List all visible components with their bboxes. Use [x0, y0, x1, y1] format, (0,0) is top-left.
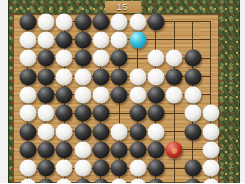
white-stone	[166, 86, 183, 103]
white-stone	[147, 123, 164, 140]
board-intersection[interactable]	[110, 141, 128, 159]
white-stone	[129, 86, 146, 103]
white-stone	[111, 13, 128, 30]
board-intersection[interactable]	[147, 141, 165, 159]
black-stone	[92, 141, 109, 158]
board-intersection[interactable]	[183, 141, 201, 159]
board-intersection[interactable]	[73, 159, 91, 177]
board-intersection[interactable]	[147, 104, 165, 122]
black-stone	[74, 13, 91, 30]
white-stone	[202, 105, 219, 122]
board-intersection[interactable]	[147, 13, 165, 31]
board-intersection[interactable]	[55, 104, 73, 122]
board-intersection[interactable]	[55, 67, 73, 85]
white-stone	[56, 13, 73, 30]
black-stone	[129, 105, 146, 122]
board-intersection[interactable]	[165, 49, 183, 67]
black-stone	[19, 68, 36, 85]
white-stone	[129, 68, 146, 85]
board-intersection[interactable]	[37, 67, 55, 85]
white-stone	[56, 123, 73, 140]
cyan-highlight-stone	[129, 31, 146, 48]
board-intersection[interactable]	[202, 13, 220, 31]
black-stone	[56, 105, 73, 122]
white-stone	[129, 178, 146, 183]
board-intersection[interactable]	[128, 86, 146, 104]
board-intersection[interactable]	[110, 67, 128, 85]
white-stone	[184, 86, 201, 103]
board-intersection[interactable]	[202, 31, 220, 49]
black-stone	[56, 86, 73, 103]
board-intersection[interactable]	[202, 67, 220, 85]
board-intersection[interactable]	[19, 67, 37, 85]
board-intersection[interactable]	[55, 177, 73, 183]
board-intersection[interactable]	[92, 177, 110, 183]
black-stone	[74, 123, 91, 140]
board-intersection[interactable]	[55, 122, 73, 140]
white-stone	[202, 123, 219, 140]
board-intersection[interactable]	[128, 104, 146, 122]
black-stone	[147, 178, 164, 183]
board-intersection[interactable]	[92, 104, 110, 122]
white-stone	[111, 31, 128, 48]
white-stone	[111, 123, 128, 140]
white-stone	[56, 68, 73, 85]
board-intersection[interactable]	[202, 49, 220, 67]
board-intersection[interactable]	[55, 49, 73, 67]
white-stone	[74, 141, 91, 158]
white-stone	[129, 160, 146, 177]
white-stone	[37, 31, 54, 48]
white-stone	[19, 178, 36, 183]
board-intersection[interactable]	[19, 49, 37, 67]
board-intersection[interactable]	[202, 122, 220, 140]
black-stone	[92, 68, 109, 85]
red-marked-stone	[166, 141, 183, 158]
white-stone	[37, 105, 54, 122]
board-intersection[interactable]	[147, 177, 165, 183]
board-intersection[interactable]	[37, 177, 55, 183]
board-intersection[interactable]	[37, 141, 55, 159]
board-intersection[interactable]	[37, 159, 55, 177]
board-intersection[interactable]	[110, 177, 128, 183]
board-intersection[interactable]	[165, 104, 183, 122]
black-stone	[37, 68, 54, 85]
white-stone	[92, 86, 109, 103]
board-intersection[interactable]	[183, 177, 201, 183]
black-stone	[111, 86, 128, 103]
go-board	[19, 13, 221, 184]
board-intersection[interactable]	[165, 31, 183, 49]
board-intersection[interactable]	[183, 86, 201, 104]
black-stone	[184, 178, 201, 183]
board-intersection[interactable]	[110, 104, 128, 122]
white-stone	[37, 13, 54, 30]
board-intersection[interactable]	[55, 13, 73, 31]
black-stone	[184, 160, 201, 177]
white-stone	[56, 178, 73, 183]
board-intersection[interactable]	[19, 31, 37, 49]
board-intersection[interactable]	[165, 13, 183, 31]
black-stone	[129, 123, 146, 140]
board-intersection[interactable]	[92, 31, 110, 49]
black-stone	[111, 68, 128, 85]
board-intersection[interactable]	[55, 31, 73, 49]
white-stone	[74, 86, 91, 103]
white-stone	[37, 123, 54, 140]
move-number-plaque: 15	[105, 1, 141, 13]
black-stone	[37, 141, 54, 158]
board-intersection[interactable]	[19, 13, 37, 31]
white-stone	[19, 50, 36, 67]
board-intersection[interactable]	[202, 141, 220, 159]
black-stone	[37, 178, 54, 183]
black-stone	[74, 105, 91, 122]
black-stone	[37, 50, 54, 67]
black-stone	[92, 178, 109, 183]
board-intersection[interactable]	[19, 122, 37, 140]
board-intersection[interactable]	[202, 86, 220, 104]
board-intersection[interactable]	[37, 122, 55, 140]
white-stone	[74, 160, 91, 177]
board-intersection[interactable]	[165, 141, 183, 159]
white-stone	[74, 68, 91, 85]
board-intersection[interactable]	[128, 13, 146, 31]
board-intersection[interactable]	[128, 122, 146, 140]
white-stone	[19, 31, 36, 48]
board-intersection[interactable]	[128, 49, 146, 67]
board-intersection[interactable]	[183, 122, 201, 140]
board-intersection[interactable]	[183, 49, 201, 67]
black-stone	[37, 160, 54, 177]
board-intersection[interactable]	[110, 159, 128, 177]
board-intersection[interactable]	[147, 122, 165, 140]
board-intersection[interactable]	[92, 86, 110, 104]
board-intersection[interactable]	[92, 13, 110, 31]
black-stone	[56, 31, 73, 48]
black-stone	[37, 86, 54, 103]
board-intersection[interactable]	[37, 104, 55, 122]
board-intersection[interactable]	[202, 177, 220, 183]
board-intersection[interactable]	[128, 159, 146, 177]
board-intersection[interactable]	[37, 49, 55, 67]
board-intersection[interactable]	[202, 159, 220, 177]
white-stone	[202, 178, 219, 183]
board-intersection[interactable]	[92, 159, 110, 177]
white-stone	[202, 160, 219, 177]
board-intersection[interactable]	[73, 31, 91, 49]
board-intersection[interactable]	[73, 122, 91, 140]
black-stone	[129, 141, 146, 158]
board-intersection[interactable]	[37, 86, 55, 104]
board-intersection[interactable]	[55, 141, 73, 159]
black-stone	[111, 160, 128, 177]
white-stone	[147, 68, 164, 85]
board-intersection[interactable]	[183, 159, 201, 177]
board-intersection[interactable]	[183, 31, 201, 49]
board-intersection[interactable]	[183, 13, 201, 31]
black-stone	[184, 68, 201, 85]
board-intersection[interactable]	[183, 104, 201, 122]
black-stone	[184, 123, 201, 140]
board-intersection[interactable]	[55, 86, 73, 104]
white-stone	[92, 31, 109, 48]
board-intersection[interactable]	[128, 177, 146, 183]
board-intersection[interactable]	[92, 67, 110, 85]
board-intersection[interactable]	[19, 86, 37, 104]
black-stone	[74, 178, 91, 183]
board-intersection[interactable]	[73, 177, 91, 183]
board-intersection[interactable]	[110, 31, 128, 49]
black-stone	[111, 50, 128, 67]
white-stone	[56, 160, 73, 177]
black-stone	[74, 50, 91, 67]
black-stone	[147, 141, 164, 158]
board-intersection[interactable]	[128, 67, 146, 85]
board-intersection[interactable]	[202, 104, 220, 122]
black-stone	[147, 105, 164, 122]
black-stone	[184, 50, 201, 67]
white-stone	[19, 160, 36, 177]
board-intersection[interactable]	[147, 31, 165, 49]
black-stone	[92, 160, 109, 177]
white-stone	[92, 50, 109, 67]
black-stone	[74, 31, 91, 48]
board-intersection[interactable]	[92, 141, 110, 159]
board-intersection[interactable]	[110, 122, 128, 140]
white-stone	[202, 141, 219, 158]
board-intersection[interactable]	[73, 67, 91, 85]
board-intersection[interactable]	[37, 31, 55, 49]
board-intersection[interactable]	[19, 159, 37, 177]
board-intersection[interactable]	[147, 67, 165, 85]
black-stone	[92, 123, 109, 140]
black-stone	[19, 123, 36, 140]
board-intersection[interactable]	[73, 49, 91, 67]
black-stone	[92, 13, 109, 30]
board-intersection[interactable]	[165, 122, 183, 140]
board-intersection[interactable]	[110, 13, 128, 31]
black-stone	[56, 141, 73, 158]
board-intersection[interactable]	[110, 49, 128, 67]
black-stone	[147, 86, 164, 103]
black-stone	[19, 13, 36, 30]
white-stone	[19, 86, 36, 103]
black-stone	[111, 141, 128, 158]
board-intersection[interactable]	[73, 141, 91, 159]
board-intersection[interactable]	[165, 159, 183, 177]
white-stone	[184, 105, 201, 122]
board-intersection[interactable]	[19, 141, 37, 159]
board-intersection[interactable]	[19, 104, 37, 122]
board-intersection[interactable]	[92, 49, 110, 67]
board-intersection[interactable]	[183, 67, 201, 85]
board-intersection[interactable]	[147, 49, 165, 67]
board-intersection[interactable]	[147, 86, 165, 104]
board-intersection[interactable]	[73, 13, 91, 31]
white-stone	[56, 50, 73, 67]
white-stone	[111, 178, 128, 183]
board-intersection[interactable]	[165, 177, 183, 183]
black-stone	[147, 13, 164, 30]
white-stone	[166, 50, 183, 67]
white-stone	[147, 50, 164, 67]
black-stone	[147, 160, 164, 177]
board-intersection[interactable]	[19, 177, 37, 183]
board-intersection[interactable]	[37, 13, 55, 31]
board-intersection[interactable]	[165, 86, 183, 104]
move-number-label: 15	[116, 3, 128, 12]
board-intersection[interactable]	[128, 141, 146, 159]
black-stone	[19, 141, 36, 158]
board-intersection[interactable]	[73, 86, 91, 104]
board-intersection[interactable]	[147, 159, 165, 177]
board-intersection[interactable]	[73, 104, 91, 122]
white-stone	[19, 105, 36, 122]
white-stone	[129, 13, 146, 30]
board-intersection[interactable]	[55, 159, 73, 177]
black-stone	[92, 105, 109, 122]
board-intersection[interactable]	[165, 67, 183, 85]
board-intersection[interactable]	[92, 122, 110, 140]
go-game-window: 15	[0, 0, 245, 183]
black-stone	[166, 68, 183, 85]
board-intersection[interactable]	[128, 31, 146, 49]
board-intersection[interactable]	[110, 86, 128, 104]
